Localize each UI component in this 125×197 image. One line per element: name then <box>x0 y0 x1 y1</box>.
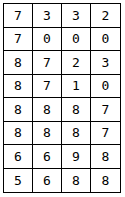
grid-cell-r6c4: 7 <box>91 122 120 146</box>
grid-cell-r1c1: 7 <box>4 4 33 28</box>
grid-cell-r1c4: 2 <box>91 4 120 28</box>
grid-cell-r2c4: 0 <box>91 28 120 52</box>
grid-cell-r8c2: 6 <box>33 169 62 193</box>
grid-cell-r5c4: 7 <box>91 98 120 122</box>
grid-cell-r5c3: 8 <box>62 98 91 122</box>
number-grid-board: 73327000872387108887888766985688 <box>3 3 121 193</box>
grid-cell-r3c4: 3 <box>91 51 120 75</box>
grid-cell-r4c4: 0 <box>91 75 120 99</box>
grid-cell-r3c2: 7 <box>33 51 62 75</box>
grid-cell-r6c1: 8 <box>4 122 33 146</box>
grid-cell-r6c2: 8 <box>33 122 62 146</box>
grid-cell-r4c2: 7 <box>33 75 62 99</box>
grid-cell-r7c4: 8 <box>91 145 120 169</box>
grid-cell-r2c1: 7 <box>4 28 33 52</box>
grid-cell-r8c1: 5 <box>4 169 33 193</box>
grid-cell-r6c3: 8 <box>62 122 91 146</box>
grid-cell-r8c3: 8 <box>62 169 91 193</box>
grid-cell-r5c2: 8 <box>33 98 62 122</box>
grid-cell-r4c3: 1 <box>62 75 91 99</box>
grid-cell-r2c3: 0 <box>62 28 91 52</box>
grid-cell-r5c1: 8 <box>4 98 33 122</box>
grid-cell-r2c2: 0 <box>33 28 62 52</box>
grid-cell-r1c3: 3 <box>62 4 91 28</box>
grid-cell-r7c3: 9 <box>62 145 91 169</box>
grid-cell-r7c1: 6 <box>4 145 33 169</box>
grid-cell-r1c2: 3 <box>33 4 62 28</box>
grid-cell-r3c1: 8 <box>4 51 33 75</box>
grid-cell-r7c2: 6 <box>33 145 62 169</box>
grid-cell-r4c1: 8 <box>4 75 33 99</box>
grid-cell-r3c3: 2 <box>62 51 91 75</box>
grid-cell-r8c4: 8 <box>91 169 120 193</box>
